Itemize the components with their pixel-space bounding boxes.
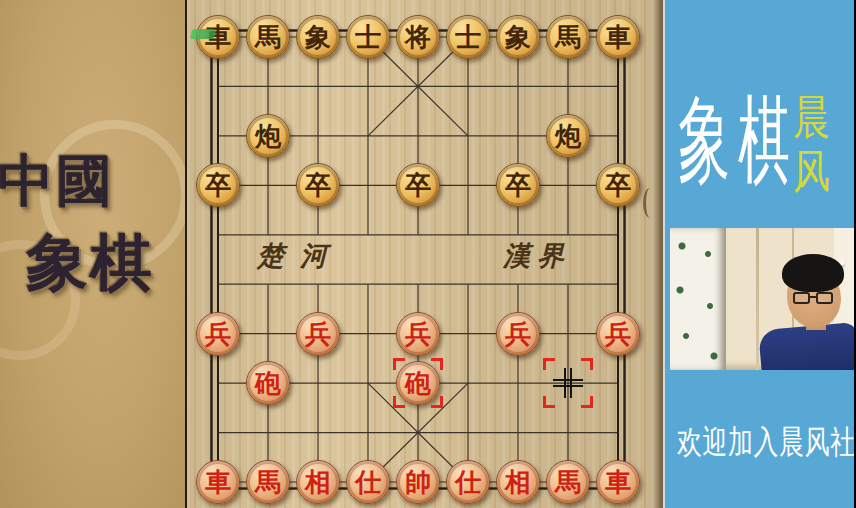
river-label-han: 漢界 [503,238,571,274]
calligraphy-title-line2: 象棋 [26,232,154,294]
app-window: 中國 象棋 [0,0,856,508]
piece-red-車[interactable]: 車 [196,460,240,504]
stream-subtitle-char2: 风 [793,145,830,198]
piece-red-兵[interactable]: 兵 [496,312,540,356]
mouse-crosshair-cursor [553,368,583,398]
glasses-lens [816,292,833,304]
wood-knot [643,188,657,218]
piece-red-車[interactable]: 車 [596,460,640,504]
piece-red-砲[interactable]: 砲 [246,361,290,405]
green-watermark [190,29,216,39]
piece-black-象[interactable]: 象 [496,15,540,59]
wardrobe-edge [756,228,759,370]
piece-red-仕[interactable]: 仕 [346,460,390,504]
piece-black-士[interactable]: 士 [446,15,490,59]
piece-red-馬[interactable]: 馬 [546,460,590,504]
piece-red-兵[interactable]: 兵 [396,312,440,356]
piece-red-相[interactable]: 相 [296,460,340,504]
glasses-lens [793,292,810,304]
piece-red-馬[interactable]: 馬 [246,460,290,504]
webcam-video [670,228,854,370]
streamer-glasses [793,292,839,306]
piece-black-車[interactable]: 車 [596,15,640,59]
piece-red-帥[interactable]: 帥 [396,460,440,504]
stream-subtitle: 晨 风 [793,92,830,198]
piece-red-兵[interactable]: 兵 [596,312,640,356]
piece-black-馬[interactable]: 馬 [546,15,590,59]
piece-black-卒[interactable]: 卒 [296,163,340,207]
piece-black-卒[interactable]: 卒 [496,163,540,207]
piece-black-馬[interactable]: 馬 [246,15,290,59]
left-decor-panel: 中國 象棋 [0,0,187,508]
stream-panel: 象棋 晨 风 欢迎加入晨风社 [663,0,854,508]
xiangqi-board[interactable]: 楚河 漢界 車馬象士将士象馬車炮炮卒卒卒卒卒兵兵兵兵兵砲砲車馬相仕帥仕相馬車 [187,0,663,508]
join-banner: 欢迎加入晨风社 [677,420,854,463]
piece-black-卒[interactable]: 卒 [596,163,640,207]
streamer-hair [782,254,844,292]
piece-black-象[interactable]: 象 [296,15,340,59]
piece-black-士[interactable]: 士 [346,15,390,59]
piece-black-炮[interactable]: 炮 [246,114,290,158]
curtain-background [670,228,726,370]
stream-title: 象棋 [678,92,798,188]
piece-black-卒[interactable]: 卒 [196,163,240,207]
piece-red-砲[interactable]: 砲 [396,361,440,405]
piece-red-相[interactable]: 相 [496,460,540,504]
piece-red-兵[interactable]: 兵 [196,312,240,356]
piece-red-仕[interactable]: 仕 [446,460,490,504]
piece-red-兵[interactable]: 兵 [296,312,340,356]
piece-black-卒[interactable]: 卒 [396,163,440,207]
piece-black-将[interactable]: 将 [396,15,440,59]
calligraphy-title-line1: 中國 [0,152,114,208]
piece-black-炮[interactable]: 炮 [546,114,590,158]
glasses-bridge [809,296,817,298]
stream-subtitle-char1: 晨 [793,92,830,145]
river-label-chu: 楚河 [257,238,343,274]
